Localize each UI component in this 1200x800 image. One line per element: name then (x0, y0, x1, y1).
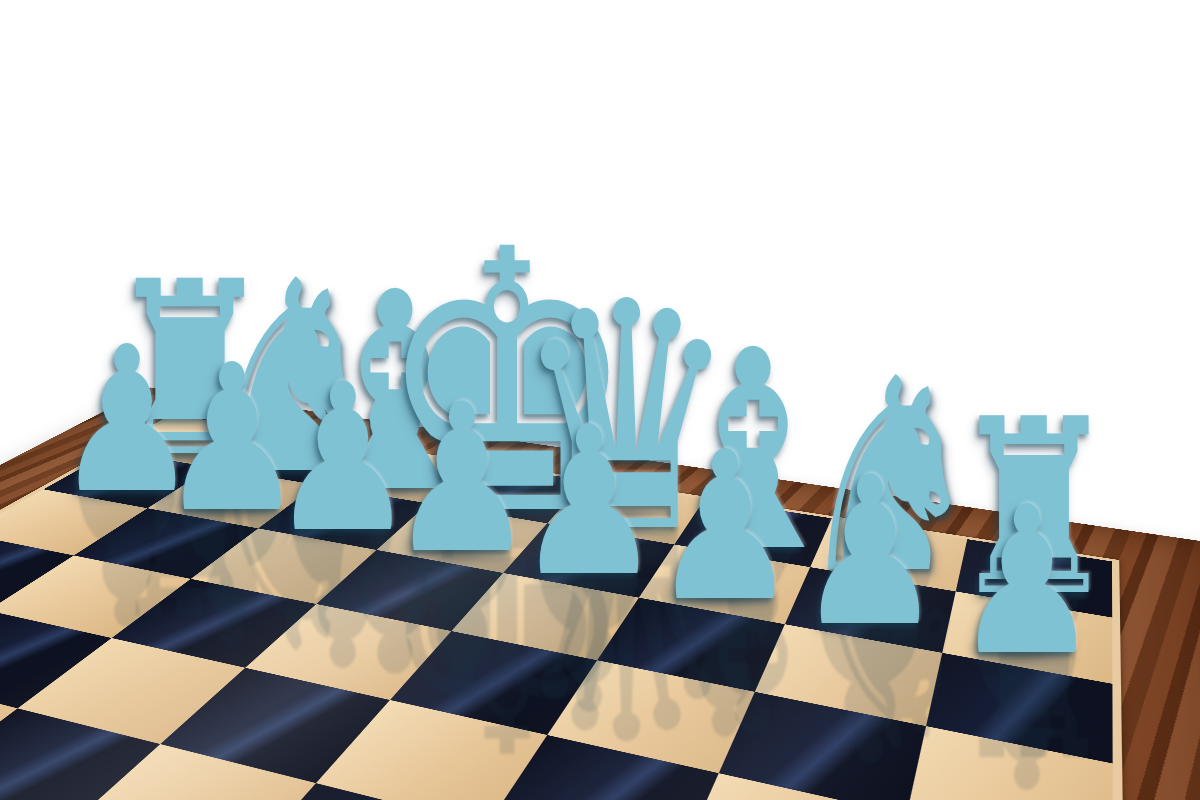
board-maple-inlay (0, 415, 1135, 800)
chess-product-photo: ♜♜♞♞♝♝♛♛♚♚♝♝♞♞♜♜♟♟♟♟♟♟♟♟♟♟♟♟♟♟♟♟ (0, 0, 1200, 800)
chessboard (0, 417, 1116, 800)
chessboard-border (0, 387, 1200, 800)
